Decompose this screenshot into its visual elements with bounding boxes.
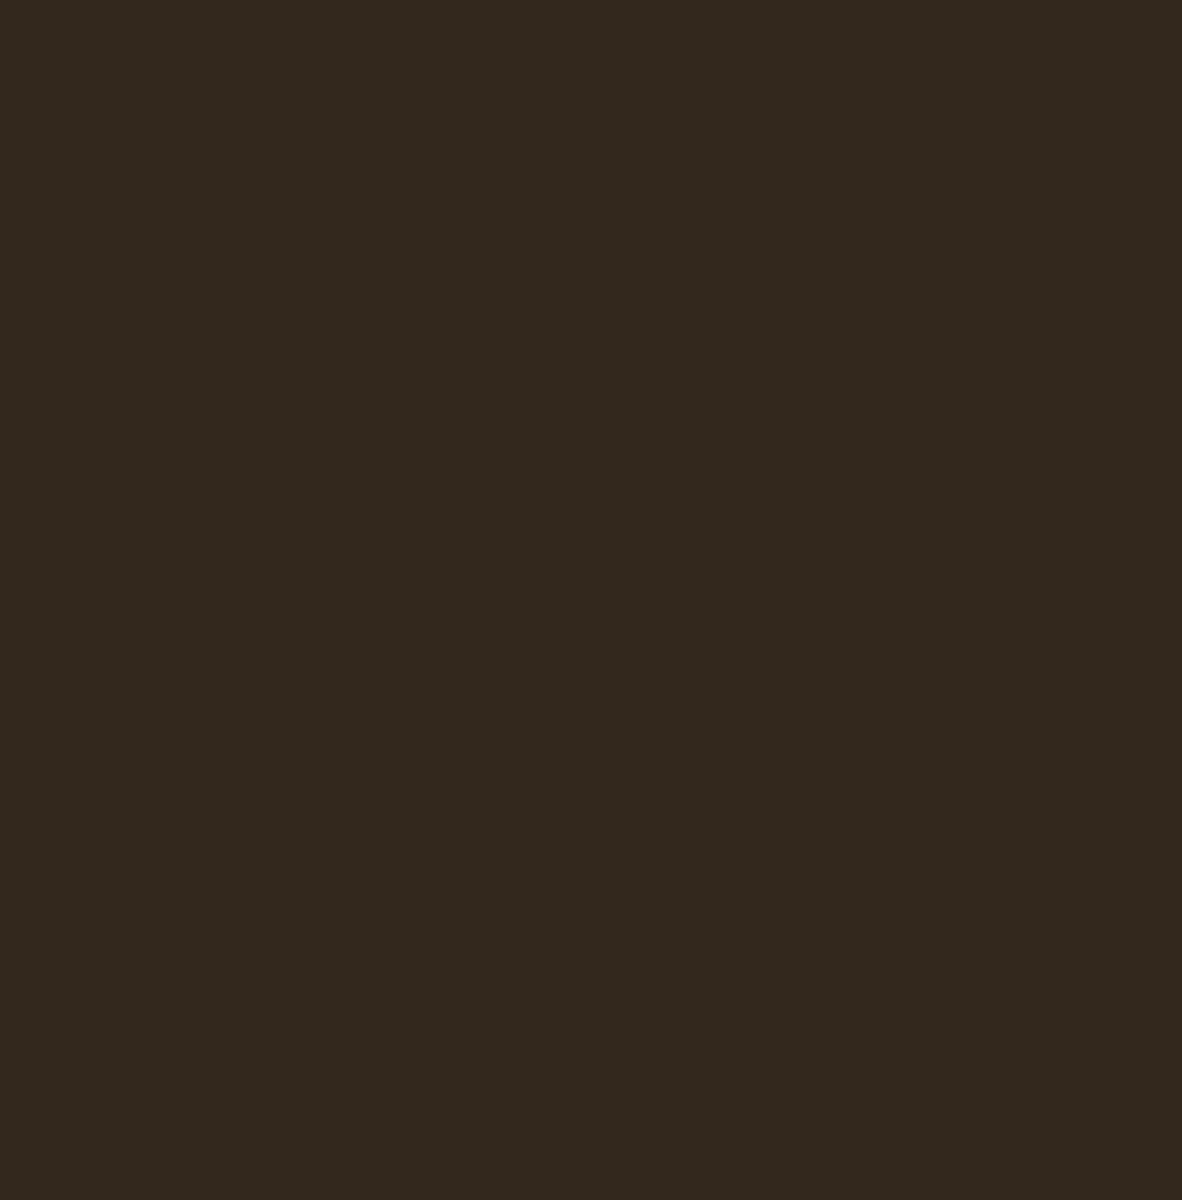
chess-board-frame — [0, 0, 1182, 1200]
chess-board — [3, 10, 1182, 1186]
